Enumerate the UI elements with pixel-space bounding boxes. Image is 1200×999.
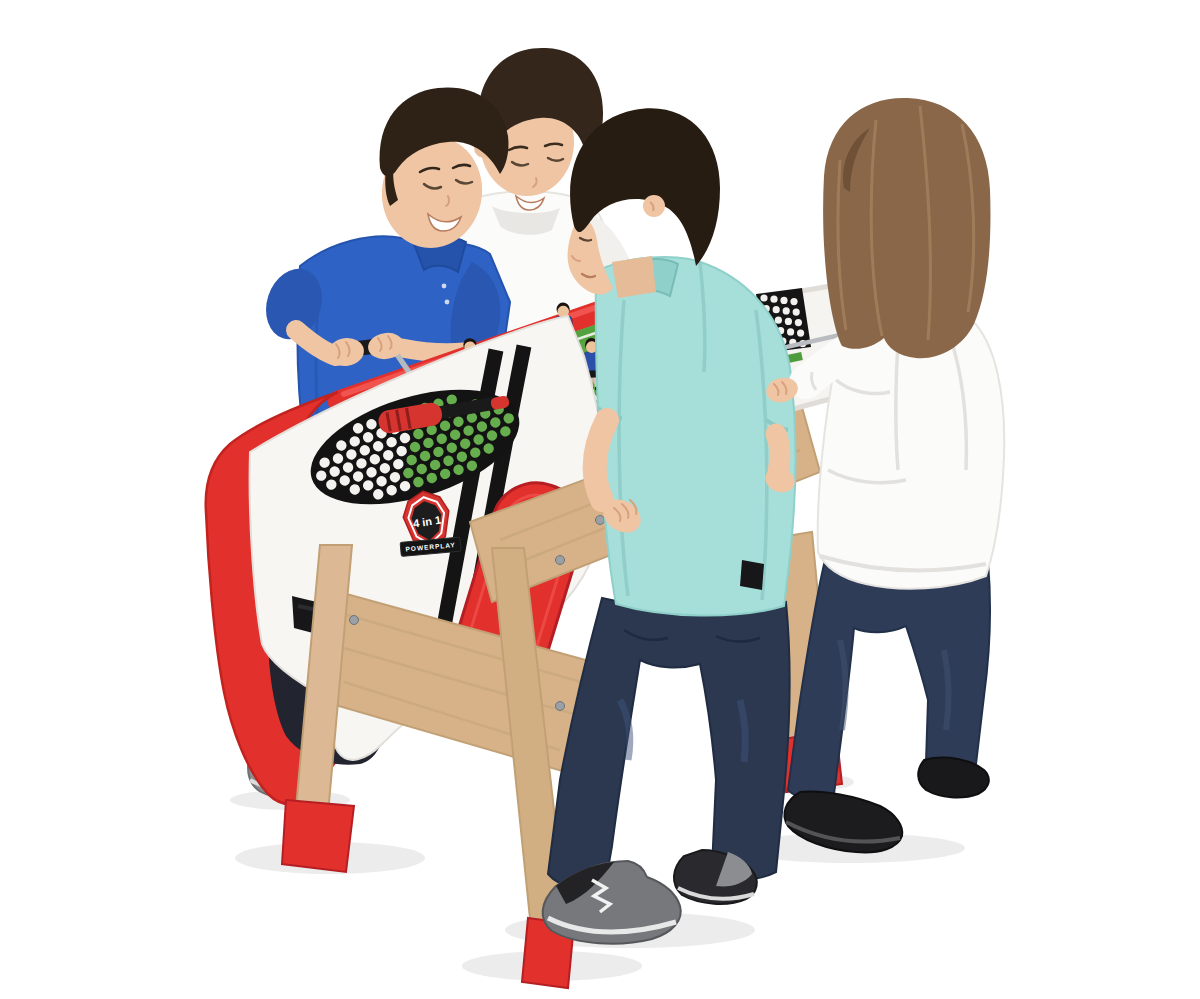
teal-polo-vent — [740, 560, 764, 590]
boy-teal-forearm-right — [776, 434, 780, 472]
foosball-scene: 4 in 1 POWERPLAY — [0, 0, 1200, 999]
foot-cap-front — [282, 800, 354, 872]
boy-teal-neck — [612, 256, 656, 298]
product-photo-stage: 4 in 1 POWERPLAY — [0, 0, 1200, 999]
boy-teal-forearm-left — [595, 420, 607, 500]
